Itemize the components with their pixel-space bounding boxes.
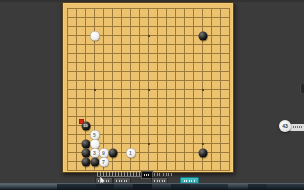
filmstrip-thumbnail[interactable] bbox=[152, 184, 171, 190]
filmstrip-thumbnail[interactable] bbox=[133, 184, 152, 190]
filmstrip-thumbnail[interactable] bbox=[57, 184, 96, 190]
hoshi-point bbox=[148, 89, 150, 91]
hoshi-point bbox=[148, 35, 150, 37]
hoshi-point bbox=[148, 143, 150, 145]
move-count-text bbox=[154, 173, 161, 176]
filmstrip-thumbnail[interactable] bbox=[171, 184, 190, 190]
black-stone[interactable] bbox=[81, 157, 90, 166]
move-count-text bbox=[163, 173, 172, 176]
black-stone[interactable] bbox=[81, 139, 90, 148]
white-stone[interactable] bbox=[90, 139, 99, 148]
move-number-label: 5 bbox=[93, 132, 96, 137]
filmstrip-thumbnail[interactable] bbox=[114, 184, 133, 190]
move-number-label: 7 bbox=[102, 159, 105, 164]
move-number-label: 1 bbox=[129, 150, 132, 155]
white-stone[interactable]: 7 bbox=[99, 157, 108, 166]
filmstrip-thumbnail[interactable] bbox=[96, 184, 114, 190]
hoshi-point bbox=[94, 89, 96, 91]
last-move-marker-icon bbox=[80, 120, 84, 124]
black-stone[interactable] bbox=[198, 31, 207, 40]
filmstrip-thumbnail[interactable] bbox=[248, 184, 267, 190]
move-number-label: 3 bbox=[93, 150, 96, 155]
edge-tab bbox=[300, 84, 304, 93]
board-grid[interactable]: 1053917 bbox=[67, 8, 230, 171]
black-stone[interactable] bbox=[90, 157, 99, 166]
hoshi-point bbox=[202, 89, 204, 91]
hoshi-point bbox=[202, 143, 204, 145]
move-number-label: 10 bbox=[83, 124, 87, 128]
filmstrip-thumbnail[interactable] bbox=[0, 184, 57, 190]
white-stone[interactable]: 9 bbox=[99, 148, 108, 157]
white-stone[interactable]: 5 bbox=[90, 130, 99, 139]
floating-badge[interactable]: 43 bbox=[279, 120, 291, 132]
app-screen: 1053917 43 bbox=[0, 0, 304, 190]
move-number-label: 9 bbox=[102, 150, 105, 155]
white-stone[interactable]: 1 bbox=[126, 148, 135, 157]
go-board: 1053917 bbox=[62, 2, 234, 173]
white-stone[interactable] bbox=[90, 31, 99, 40]
badge-pill-text bbox=[293, 126, 302, 128]
filmstrip-thumbnail[interactable] bbox=[267, 184, 304, 190]
badge-label: 43 bbox=[282, 123, 288, 129]
black-stone[interactable] bbox=[108, 148, 117, 157]
black-stone[interactable] bbox=[81, 148, 90, 157]
video-filmstrip[interactable] bbox=[0, 183, 304, 190]
filmstrip-thumbnail[interactable] bbox=[228, 184, 248, 190]
black-stone[interactable]: 10 bbox=[81, 121, 90, 130]
filmstrip-thumbnail[interactable] bbox=[190, 184, 228, 190]
white-stone[interactable]: 3 bbox=[90, 148, 99, 157]
black-stone[interactable] bbox=[198, 148, 207, 157]
